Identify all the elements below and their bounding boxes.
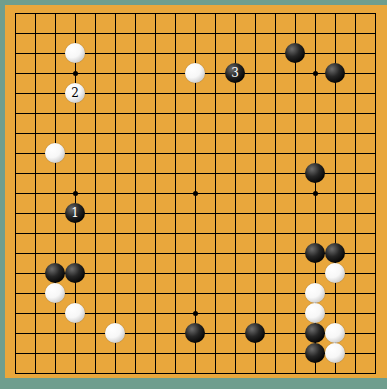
go-stone-white-D17 [65, 43, 85, 63]
go-stone-black-N3 [245, 323, 265, 343]
board-grid[interactable]: 231 [5, 3, 385, 383]
go-stone-white-D15-move-2: 2 [65, 83, 85, 103]
star-point [73, 71, 78, 76]
go-stone-white-K16 [185, 63, 205, 83]
go-stone-black-D6 [65, 263, 85, 283]
go-stone-white-Q5 [305, 283, 325, 303]
star-point [193, 191, 198, 196]
go-stone-white-C12 [45, 143, 65, 163]
go-stone-black-C6 [45, 263, 65, 283]
go-stone-black-D9-move-1: 1 [65, 203, 85, 223]
board-frame: 231 [0, 0, 387, 389]
go-stone-black-K3 [185, 323, 205, 343]
go-stone-white-R3 [325, 323, 345, 343]
go-stone-white-R6 [325, 263, 345, 283]
go-stone-black-M16-move-3: 3 [225, 63, 245, 83]
go-stone-black-R7 [325, 243, 345, 263]
go-stone-black-P17 [285, 43, 305, 63]
star-point [193, 311, 198, 316]
go-stone-white-Q4 [305, 303, 325, 323]
go-stone-black-Q2 [305, 343, 325, 363]
go-stone-black-Q7 [305, 243, 325, 263]
go-stone-white-F3 [105, 323, 125, 343]
star-point [73, 191, 78, 196]
go-stone-black-R16 [325, 63, 345, 83]
go-board[interactable]: 231 [5, 5, 387, 378]
go-stone-white-R2 [325, 343, 345, 363]
star-point [313, 191, 318, 196]
go-stone-white-D4 [65, 303, 85, 323]
go-stone-black-Q3 [305, 323, 325, 343]
star-point [313, 71, 318, 76]
go-stone-black-Q11 [305, 163, 325, 183]
go-stone-white-C5 [45, 283, 65, 303]
